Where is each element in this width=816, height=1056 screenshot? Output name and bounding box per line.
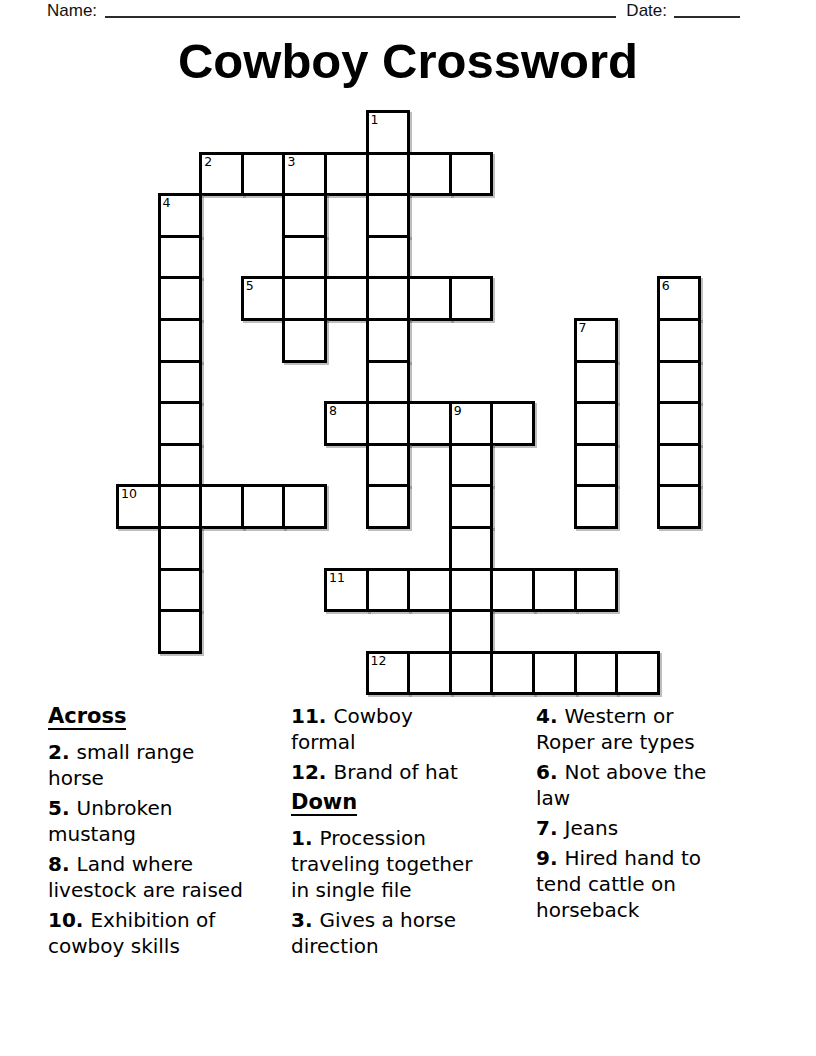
grid-cell[interactable] xyxy=(574,401,619,446)
grid-cell[interactable]: 8 xyxy=(324,401,369,446)
clue-across-8: 8.Land where livestock are raised xyxy=(48,851,285,903)
grid-cell[interactable] xyxy=(490,401,535,446)
cell-number: 3 xyxy=(287,155,295,169)
grid-cell[interactable] xyxy=(657,443,702,488)
cell-number: 9 xyxy=(454,404,462,418)
cell-number: 7 xyxy=(579,321,587,335)
clue-column-2: 11.Cowboy formal 12.Brand of hat Down 1.… xyxy=(291,703,510,963)
clue-text: Procession traveling together in single … xyxy=(291,826,472,902)
grid-cell[interactable]: 7 xyxy=(574,318,619,363)
grid-cell[interactable] xyxy=(532,568,577,613)
clue-number: 3. xyxy=(291,908,313,932)
grid-cell[interactable] xyxy=(366,401,411,446)
grid-cell[interactable]: 6 xyxy=(657,276,702,321)
grid-cell[interactable]: 12 xyxy=(366,651,411,696)
clue-down-4: 4.Western or Roper are types xyxy=(536,703,741,755)
grid-cell[interactable] xyxy=(574,568,619,613)
clue-across-11: 11.Cowboy formal xyxy=(291,703,510,755)
clue-text: Not above the law xyxy=(536,760,706,810)
clue-down-9: 9.Hired hand to tend cattle on horseback xyxy=(536,845,741,923)
grid-cell[interactable] xyxy=(615,651,660,696)
grid-cell[interactable] xyxy=(282,193,327,238)
grid-cell[interactable] xyxy=(449,609,494,654)
clue-text: Gives a horse direction xyxy=(291,908,456,958)
grid-cell[interactable] xyxy=(366,318,411,363)
grid-cell[interactable] xyxy=(366,568,411,613)
grid-cell[interactable] xyxy=(657,401,702,446)
name-write-line[interactable] xyxy=(105,1,616,18)
date-label: Date: xyxy=(626,1,667,20)
grid-cell[interactable]: 10 xyxy=(116,484,161,529)
grid-cell[interactable] xyxy=(158,609,203,654)
clue-number: 12. xyxy=(291,760,326,784)
grid-cell[interactable] xyxy=(366,484,411,529)
grid-cell[interactable] xyxy=(282,276,327,321)
grid-cell[interactable] xyxy=(490,651,535,696)
grid-cell[interactable] xyxy=(574,443,619,488)
clue-number: 10. xyxy=(48,908,83,932)
grid-cell[interactable] xyxy=(158,318,203,363)
page-title: Cowboy Crossword xyxy=(0,33,816,89)
grid-cell[interactable] xyxy=(657,360,702,405)
clue-across-12: 12.Brand of hat xyxy=(291,759,510,785)
clue-number: 4. xyxy=(536,704,558,728)
crossword-grid: 123456789101112 xyxy=(116,110,702,696)
grid-cell[interactable] xyxy=(366,443,411,488)
worksheet-header: Name: Date: xyxy=(47,1,740,20)
grid-cell[interactable]: 3 xyxy=(282,152,327,197)
grid-cell[interactable]: 11 xyxy=(324,568,369,613)
grid-cell[interactable] xyxy=(407,152,452,197)
grid-cell[interactable] xyxy=(158,401,203,446)
grid-cell[interactable] xyxy=(158,276,203,321)
clue-column-1: Across 2.small range horse 5.Unbroken mu… xyxy=(48,703,285,963)
clue-across-10: 10.Exhibition of cowboy skills xyxy=(48,907,285,959)
grid-cell[interactable] xyxy=(574,651,619,696)
clue-number: 6. xyxy=(536,760,558,784)
grid-cell[interactable] xyxy=(449,276,494,321)
date-write-line[interactable] xyxy=(674,1,740,18)
clue-across-2: 2.small range horse xyxy=(48,739,285,791)
grid-cell[interactable] xyxy=(282,484,327,529)
grid-cell[interactable] xyxy=(532,651,577,696)
grid-cell[interactable] xyxy=(449,651,494,696)
grid-cell[interactable] xyxy=(158,484,203,529)
clue-number: 5. xyxy=(48,796,70,820)
grid-cell[interactable] xyxy=(366,235,411,280)
worksheet-page: Name: Date: Cowboy Crossword 12345678910… xyxy=(0,0,816,1056)
grid-cell[interactable] xyxy=(449,568,494,613)
clue-number: 1. xyxy=(291,826,313,850)
grid-cell[interactable] xyxy=(449,484,494,529)
grid-cell[interactable] xyxy=(407,401,452,446)
cell-number: 1 xyxy=(371,113,379,127)
grid-cell[interactable] xyxy=(449,152,494,197)
clue-down-7: 7.Jeans xyxy=(536,815,741,841)
grid-cell[interactable] xyxy=(574,484,619,529)
clue-number: 9. xyxy=(536,846,558,870)
grid-cell[interactable]: 9 xyxy=(449,401,494,446)
grid-cell[interactable]: 4 xyxy=(158,193,203,238)
clue-across-5: 5.Unbroken mustang xyxy=(48,795,285,847)
cell-number: 6 xyxy=(662,279,670,293)
cell-number: 12 xyxy=(371,654,387,668)
cell-number: 5 xyxy=(246,279,254,293)
clue-down-6: 6.Not above the law xyxy=(536,759,741,811)
clue-text: Land where livestock are raised xyxy=(48,852,243,902)
cell-number: 4 xyxy=(163,196,171,210)
grid-cell[interactable] xyxy=(282,318,327,363)
clue-text: Brand of hat xyxy=(333,760,457,784)
grid-cell[interactable] xyxy=(657,318,702,363)
grid-cell[interactable] xyxy=(449,443,494,488)
clue-text: Western or Roper are types xyxy=(536,704,695,754)
grid-cell[interactable] xyxy=(324,276,369,321)
grid-cell[interactable] xyxy=(407,568,452,613)
grid-cell[interactable]: 1 xyxy=(366,110,411,155)
clue-number: 8. xyxy=(48,852,70,876)
cell-number: 2 xyxy=(204,155,212,169)
grid-cell[interactable] xyxy=(366,276,411,321)
grid-cell[interactable] xyxy=(158,443,203,488)
grid-cell[interactable] xyxy=(199,484,244,529)
name-label: Name: xyxy=(47,1,97,20)
across-heading: Across xyxy=(48,704,126,730)
grid-cell[interactable] xyxy=(158,360,203,405)
grid-cell[interactable] xyxy=(366,152,411,197)
grid-cell[interactable] xyxy=(407,276,452,321)
grid-cell[interactable]: 2 xyxy=(199,152,244,197)
grid-cell[interactable] xyxy=(407,651,452,696)
grid-cell[interactable] xyxy=(657,484,702,529)
grid-cell[interactable] xyxy=(366,360,411,405)
clue-number: 11. xyxy=(291,704,326,728)
clue-down-1: 1.Procession traveling together in singl… xyxy=(291,825,510,903)
grid-cell[interactable] xyxy=(282,235,327,280)
clue-down-3: 3.Gives a horse direction xyxy=(291,907,510,959)
cell-number: 8 xyxy=(329,404,337,418)
clue-column-3: 4.Western or Roper are types 6.Not above… xyxy=(536,703,741,927)
grid-cell[interactable] xyxy=(158,568,203,613)
cell-number: 11 xyxy=(329,571,345,585)
grid-cell[interactable] xyxy=(490,568,535,613)
grid-cell[interactable] xyxy=(241,484,286,529)
grid-cell[interactable]: 5 xyxy=(241,276,286,321)
grid-cell[interactable] xyxy=(574,360,619,405)
clue-text: Jeans xyxy=(565,816,619,840)
clue-number: 2. xyxy=(48,740,70,764)
clue-number: 7. xyxy=(536,816,558,840)
clue-text: Hired hand to tend cattle on horseback xyxy=(536,846,701,922)
cell-number: 10 xyxy=(121,487,137,501)
grid-cell[interactable] xyxy=(366,193,411,238)
grid-cell[interactable] xyxy=(158,235,203,280)
grid-cell[interactable] xyxy=(158,526,203,571)
grid-cell[interactable] xyxy=(324,152,369,197)
grid-cell[interactable] xyxy=(241,152,286,197)
grid-cell[interactable] xyxy=(449,526,494,571)
down-heading: Down xyxy=(291,790,357,816)
